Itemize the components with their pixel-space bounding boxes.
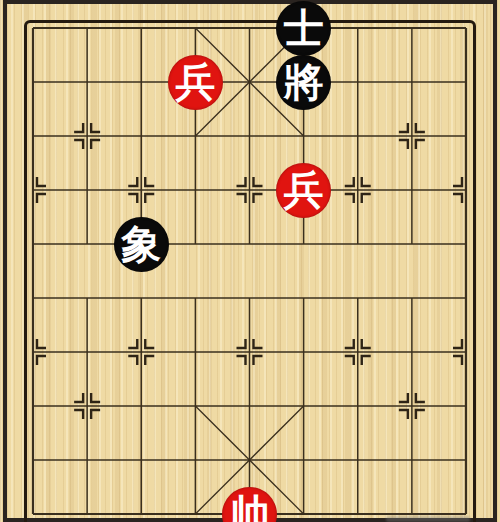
piece-red-soldier[interactable]: 兵 bbox=[168, 55, 223, 110]
xiangqi-board-screenshot: 士兵將兵象帅 bbox=[0, 0, 500, 522]
piece-black-advisor[interactable]: 士 bbox=[276, 1, 331, 56]
piece-black-elephant[interactable]: 象 bbox=[114, 217, 169, 272]
piece-black-general[interactable]: 將 bbox=[276, 55, 331, 110]
piece-red-soldier[interactable]: 兵 bbox=[276, 163, 331, 218]
pieces-layer: 士兵將兵象帅 bbox=[0, 0, 500, 522]
piece-red-general[interactable]: 帅 bbox=[222, 487, 277, 522]
